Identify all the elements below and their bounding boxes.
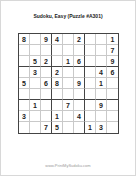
puzzle-title: Sudoku, Easy (Puzzle #A301) (1, 13, 135, 19)
cell-r9c5 (63, 122, 74, 133)
cell-r5c1: 5 (19, 78, 30, 89)
footer-url: www.PrintMySudoku.com (1, 163, 135, 168)
cell-r1c1: 8 (19, 34, 30, 45)
cell-r9c4: 5 (52, 122, 63, 133)
cell-r4c4: 2 (52, 67, 63, 78)
cell-r3c5: 1 (63, 56, 74, 67)
cell-r5c9 (107, 78, 118, 89)
cell-r2c1 (19, 45, 30, 56)
cell-r6c4 (52, 89, 63, 100)
cell-r4c3 (41, 67, 52, 78)
cell-r2c4 (52, 45, 63, 56)
cell-r5c3: 6 (41, 78, 52, 89)
sudoku-board: 894217521693246568911793147513 (18, 33, 119, 134)
cell-r7c7 (85, 100, 96, 111)
puzzle-page: Sudoku, Easy (Puzzle #A301) 894217521693… (0, 0, 136, 176)
cell-r4c6 (74, 67, 85, 78)
cell-r3c3: 2 (41, 56, 52, 67)
cell-r8c9 (107, 111, 118, 122)
cell-r7c9 (107, 100, 118, 111)
cell-r3c8 (96, 56, 107, 67)
cell-r8c4: 1 (52, 111, 63, 122)
cell-r6c6 (74, 89, 85, 100)
cell-r2c9: 7 (107, 45, 118, 56)
cell-r1c8 (96, 34, 107, 45)
cell-r9c6 (74, 122, 85, 133)
cell-r3c2: 5 (30, 56, 41, 67)
cell-r8c2 (30, 111, 41, 122)
cell-r1c3: 9 (41, 34, 52, 45)
cell-r1c6: 2 (74, 34, 85, 45)
cell-r6c1 (19, 89, 30, 100)
cell-r6c7 (85, 89, 96, 100)
cell-r4c7 (85, 67, 96, 78)
cell-r9c8: 3 (96, 122, 107, 133)
cell-r6c8 (96, 89, 107, 100)
cell-r4c2: 3 (30, 67, 41, 78)
cell-r3c4 (52, 56, 63, 67)
cell-r6c2 (30, 89, 41, 100)
cell-r7c1 (19, 100, 30, 111)
cell-r5c4: 8 (52, 78, 63, 89)
cell-r2c3 (41, 45, 52, 56)
cell-r8c3 (41, 111, 52, 122)
cell-r5c8: 1 (96, 78, 107, 89)
cell-r7c3 (41, 100, 52, 111)
cell-r5c7 (85, 78, 96, 89)
cell-r7c8: 9 (96, 100, 107, 111)
cell-r9c1 (19, 122, 30, 133)
cell-r6c3 (41, 89, 52, 100)
cell-r6c9 (107, 89, 118, 100)
cell-r6c5 (63, 89, 74, 100)
cell-r4c9: 6 (107, 67, 118, 78)
cell-r1c9: 1 (107, 34, 118, 45)
cell-r7c5: 7 (63, 100, 74, 111)
cell-r5c6: 9 (74, 78, 85, 89)
cell-r3c9: 9 (107, 56, 118, 67)
cell-r9c9 (107, 122, 118, 133)
cell-r3c7 (85, 56, 96, 67)
cell-r7c2: 1 (30, 100, 41, 111)
cell-r2c7 (85, 45, 96, 56)
cell-r5c5 (63, 78, 74, 89)
cell-r1c7 (85, 34, 96, 45)
cell-r8c1: 3 (19, 111, 30, 122)
cell-r3c6: 6 (74, 56, 85, 67)
cell-r4c1 (19, 67, 30, 78)
cell-r8c7 (85, 111, 96, 122)
cell-r7c4 (52, 100, 63, 111)
cell-r8c8 (96, 111, 107, 122)
cell-r9c7: 1 (85, 122, 96, 133)
cell-r2c8 (96, 45, 107, 56)
cell-r3c1 (19, 56, 30, 67)
cell-r4c8: 4 (96, 67, 107, 78)
cell-r5c2 (30, 78, 41, 89)
cell-r2c2 (30, 45, 41, 56)
cell-r1c5 (63, 34, 74, 45)
cell-r8c5 (63, 111, 74, 122)
cell-r7c6 (74, 100, 85, 111)
cell-r1c4: 4 (52, 34, 63, 45)
cell-r9c2 (30, 122, 41, 133)
cell-r2c6 (74, 45, 85, 56)
cell-r2c5 (63, 45, 74, 56)
cell-r4c5 (63, 67, 74, 78)
cell-r1c2 (30, 34, 41, 45)
cell-r8c6: 4 (74, 111, 85, 122)
cell-r9c3: 7 (41, 122, 52, 133)
